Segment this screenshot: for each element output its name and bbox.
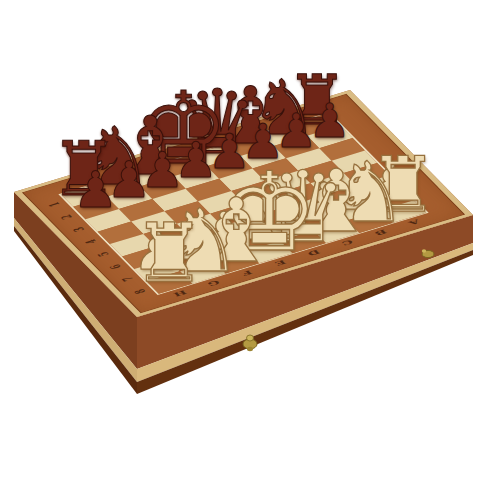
chess-set-photo: 12345678ABCDEFGH ♜♞♝♛♚♝♞♜♟♟♟♟♟♟♟♟♟♟♟♟♟♟♟… <box>0 0 500 500</box>
piece-dark-pawn-h2[interactable]: ♟ <box>73 165 118 215</box>
pieces-layer: ♜♞♝♛♚♝♞♜♟♟♟♟♟♟♟♟♟♟♟♟♟♟♟♟♜♞♝♛♚♝♞♜ <box>0 0 500 500</box>
piece-light-rook-h8[interactable]: ♜ <box>133 213 206 294</box>
